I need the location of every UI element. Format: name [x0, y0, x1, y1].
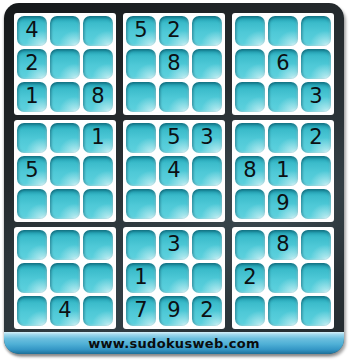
cell-r2c6[interactable]: [192, 49, 222, 79]
cell-r4c7[interactable]: [235, 123, 265, 153]
cell-r3c9[interactable]: 3: [301, 82, 331, 112]
cell-r7c2[interactable]: [50, 230, 80, 260]
cell-r2c8[interactable]: 6: [268, 49, 298, 79]
cell-r8c1[interactable]: [17, 263, 47, 293]
cell-r9c7[interactable]: [235, 296, 265, 326]
cell-r2c2[interactable]: [50, 49, 80, 79]
cell-r4c2[interactable]: [50, 123, 80, 153]
cell-r1c1[interactable]: 4: [17, 16, 47, 46]
cell-r9c9[interactable]: [301, 296, 331, 326]
cell-r6c6[interactable]: [192, 189, 222, 219]
cell-r3c3[interactable]: 8: [83, 82, 113, 112]
cell-r7c7[interactable]: [235, 230, 265, 260]
cell-r6c8[interactable]: 9: [268, 189, 298, 219]
cell-r3c6[interactable]: [192, 82, 222, 112]
cell-r1c6[interactable]: [192, 16, 222, 46]
box-r1c2: 2819: [232, 120, 334, 222]
cell-r1c8[interactable]: [268, 16, 298, 46]
cell-r6c5[interactable]: [159, 189, 189, 219]
box-r2c2: 82: [232, 227, 334, 329]
cell-r9c3[interactable]: [83, 296, 113, 326]
cell-r5c6[interactable]: [192, 156, 222, 186]
cell-r6c2[interactable]: [50, 189, 80, 219]
cell-r5c4[interactable]: [126, 156, 156, 186]
cell-r5c7[interactable]: 8: [235, 156, 265, 186]
cell-r7c5[interactable]: 3: [159, 230, 189, 260]
cell-r7c8[interactable]: 8: [268, 230, 298, 260]
box-r0c0: 4218: [14, 13, 116, 115]
cell-r4c6[interactable]: 3: [192, 123, 222, 153]
cell-r9c8[interactable]: [268, 296, 298, 326]
cell-r1c4[interactable]: 5: [126, 16, 156, 46]
cell-r8c3[interactable]: [83, 263, 113, 293]
cell-r5c3[interactable]: [83, 156, 113, 186]
cell-r5c9[interactable]: [301, 156, 331, 186]
cell-r3c7[interactable]: [235, 82, 265, 112]
cell-r9c4[interactable]: 7: [126, 296, 156, 326]
site-url[interactable]: www.sudokusweb.com: [88, 336, 260, 351]
cell-r5c5[interactable]: 4: [159, 156, 189, 186]
cell-r4c8[interactable]: [268, 123, 298, 153]
cell-r1c5[interactable]: 2: [159, 16, 189, 46]
cell-r7c6[interactable]: [192, 230, 222, 260]
cell-r3c5[interactable]: [159, 82, 189, 112]
cell-r5c8[interactable]: 1: [268, 156, 298, 186]
box-r0c1: 528: [123, 13, 225, 115]
cell-r2c5[interactable]: 8: [159, 49, 189, 79]
cell-r9c2[interactable]: 4: [50, 296, 80, 326]
cell-r8c9[interactable]: [301, 263, 331, 293]
cell-r2c1[interactable]: 2: [17, 49, 47, 79]
cell-r7c9[interactable]: [301, 230, 331, 260]
cell-r9c6[interactable]: 2: [192, 296, 222, 326]
cell-r3c2[interactable]: [50, 82, 80, 112]
cell-r7c3[interactable]: [83, 230, 113, 260]
board-frame: 42185286315534281943179282 www.sudokuswe…: [4, 3, 344, 354]
cell-r7c1[interactable]: [17, 230, 47, 260]
cell-r3c8[interactable]: [268, 82, 298, 112]
cell-r2c7[interactable]: [235, 49, 265, 79]
cell-r1c7[interactable]: [235, 16, 265, 46]
cell-r8c7[interactable]: 2: [235, 263, 265, 293]
cell-r1c9[interactable]: [301, 16, 331, 46]
cell-r8c8[interactable]: [268, 263, 298, 293]
cell-r3c4[interactable]: [126, 82, 156, 112]
cell-r2c9[interactable]: [301, 49, 331, 79]
box-r2c0: 4: [14, 227, 116, 329]
cell-r8c6[interactable]: [192, 263, 222, 293]
box-r1c0: 15: [14, 120, 116, 222]
cell-r6c9[interactable]: [301, 189, 331, 219]
cell-r4c5[interactable]: 5: [159, 123, 189, 153]
cell-r8c2[interactable]: [50, 263, 80, 293]
cell-r1c2[interactable]: [50, 16, 80, 46]
box-r0c2: 63: [232, 13, 334, 115]
cell-r3c1[interactable]: 1: [17, 82, 47, 112]
cell-r8c4[interactable]: 1: [126, 263, 156, 293]
cell-r8c5[interactable]: [159, 263, 189, 293]
cell-r6c4[interactable]: [126, 189, 156, 219]
box-r2c1: 31792: [123, 227, 225, 329]
cell-r4c3[interactable]: 1: [83, 123, 113, 153]
box-r1c1: 534: [123, 120, 225, 222]
cell-r6c1[interactable]: [17, 189, 47, 219]
cell-r7c4[interactable]: [126, 230, 156, 260]
page: 42185286315534281943179282 www.sudokuswe…: [0, 0, 350, 360]
cell-r2c3[interactable]: [83, 49, 113, 79]
footer-bar: www.sudokusweb.com: [4, 332, 344, 354]
cell-r5c1[interactable]: 5: [17, 156, 47, 186]
cell-r4c9[interactable]: 2: [301, 123, 331, 153]
cell-r6c3[interactable]: [83, 189, 113, 219]
cell-r4c4[interactable]: [126, 123, 156, 153]
cell-r6c7[interactable]: [235, 189, 265, 219]
cell-r5c2[interactable]: [50, 156, 80, 186]
cell-r9c5[interactable]: 9: [159, 296, 189, 326]
cell-r1c3[interactable]: [83, 16, 113, 46]
cell-r4c1[interactable]: [17, 123, 47, 153]
cell-r9c1[interactable]: [17, 296, 47, 326]
sudoku-grid: 42185286315534281943179282: [14, 13, 334, 329]
cell-r2c4[interactable]: [126, 49, 156, 79]
